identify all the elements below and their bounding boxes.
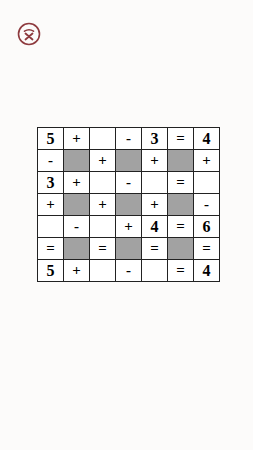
cell-r7c5[interactable] <box>142 260 167 281</box>
cell-r2c3: + <box>90 150 115 171</box>
cell-r3c2: + <box>64 172 89 193</box>
cell-r2c6 <box>168 150 193 171</box>
cell-r4c2 <box>64 194 89 215</box>
cell-r4c4 <box>116 194 141 215</box>
close-button[interactable] <box>16 21 42 47</box>
puzzle-page: 5+-3=4-+++3+-=+++--+4=6====5+-=4 <box>0 0 253 450</box>
cell-r2c1: - <box>38 150 63 171</box>
cell-r2c7: + <box>194 150 219 171</box>
cell-r3c1: 3 <box>38 172 63 193</box>
cell-r4c3: + <box>90 194 115 215</box>
cell-r6c1: = <box>38 238 63 259</box>
cell-r5c6: = <box>168 216 193 237</box>
cell-r3c4: - <box>116 172 141 193</box>
cell-r5c5: 4 <box>142 216 167 237</box>
cell-r1c3[interactable] <box>90 128 115 149</box>
cell-r4c7: - <box>194 194 219 215</box>
puzzle-board: 5+-3=4-+++3+-=+++--+4=6====5+-=4 <box>37 127 220 282</box>
cell-r6c5: = <box>142 238 167 259</box>
cell-r4c1: + <box>38 194 63 215</box>
cell-r6c7: = <box>194 238 219 259</box>
cell-r3c7[interactable] <box>194 172 219 193</box>
cell-r1c6: = <box>168 128 193 149</box>
cell-r1c4: - <box>116 128 141 149</box>
cell-r7c3[interactable] <box>90 260 115 281</box>
cell-r5c4: + <box>116 216 141 237</box>
cell-r2c5: + <box>142 150 167 171</box>
cell-r6c4 <box>116 238 141 259</box>
cell-r5c2: - <box>64 216 89 237</box>
cell-r4c5: + <box>142 194 167 215</box>
cell-r5c3[interactable] <box>90 216 115 237</box>
cell-r2c2 <box>64 150 89 171</box>
close-circle-icon <box>16 21 42 47</box>
cell-r6c2 <box>64 238 89 259</box>
cell-r5c1[interactable] <box>38 216 63 237</box>
cell-r7c7: 4 <box>194 260 219 281</box>
cell-r2c4 <box>116 150 141 171</box>
cell-r7c2: + <box>64 260 89 281</box>
cell-r6c3: = <box>90 238 115 259</box>
cell-r7c6: = <box>168 260 193 281</box>
cell-r1c7: 4 <box>194 128 219 149</box>
cell-r3c3[interactable] <box>90 172 115 193</box>
cell-r7c1: 5 <box>38 260 63 281</box>
cell-r1c1: 5 <box>38 128 63 149</box>
cell-r3c5[interactable] <box>142 172 167 193</box>
cell-r6c6 <box>168 238 193 259</box>
cell-r1c5: 3 <box>142 128 167 149</box>
cell-r3c6: = <box>168 172 193 193</box>
cell-r1c2: + <box>64 128 89 149</box>
cell-r7c4: - <box>116 260 141 281</box>
cell-r5c7: 6 <box>194 216 219 237</box>
cell-r4c6 <box>168 194 193 215</box>
